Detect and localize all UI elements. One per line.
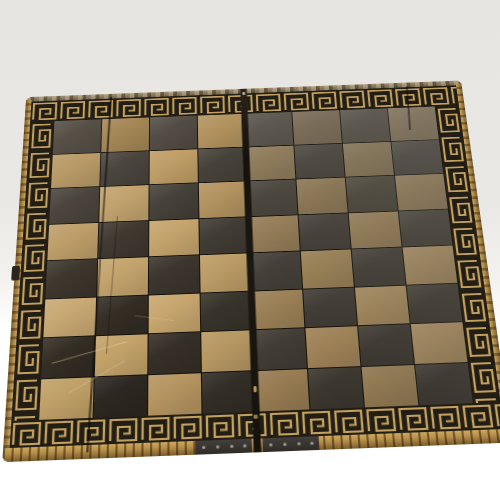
square-c3 <box>148 293 199 333</box>
hinge-wear-speck <box>242 92 245 95</box>
square-e6 <box>248 179 298 215</box>
square-h7 <box>391 140 443 175</box>
square-g1 <box>362 365 419 408</box>
square-d2 <box>201 330 254 371</box>
square-b3 <box>96 295 148 335</box>
square-f4 <box>301 249 354 288</box>
square-a7 <box>51 153 100 188</box>
square-c1 <box>148 373 201 416</box>
square-f5 <box>299 213 351 251</box>
square-f7 <box>295 143 345 178</box>
square-a2 <box>41 336 95 378</box>
square-f2 <box>306 326 361 367</box>
square-h1 <box>415 362 473 405</box>
square-e5 <box>249 215 300 253</box>
square-b5 <box>98 221 148 259</box>
square-h8 <box>388 106 439 140</box>
square-c8 <box>150 116 197 150</box>
square-h6 <box>395 174 448 210</box>
square-c7 <box>149 149 197 184</box>
square-d8 <box>197 114 245 148</box>
square-b7 <box>100 151 148 186</box>
square-d3 <box>200 291 252 331</box>
square-h5 <box>399 209 453 246</box>
square-h4 <box>403 246 458 285</box>
square-e3 <box>252 289 305 329</box>
square-a4 <box>45 259 97 298</box>
square-f8 <box>293 110 342 144</box>
square-e4 <box>250 251 302 290</box>
square-e8 <box>245 112 294 146</box>
square-f6 <box>297 178 348 214</box>
square-f1 <box>308 367 364 410</box>
chessboard <box>2 81 500 463</box>
square-g6 <box>346 176 398 212</box>
square-b2 <box>95 334 148 376</box>
square-g3 <box>355 285 410 325</box>
square-b8 <box>101 117 149 151</box>
square-c2 <box>148 332 200 374</box>
square-d7 <box>198 147 247 182</box>
hinge-plate-left <box>195 439 252 455</box>
square-g2 <box>358 324 414 365</box>
square-f3 <box>303 287 357 327</box>
side-latch <box>11 266 20 281</box>
square-h2 <box>411 322 468 363</box>
square-g7 <box>343 141 394 176</box>
square-a3 <box>43 297 96 337</box>
square-a5 <box>47 223 98 261</box>
square-b4 <box>97 257 148 296</box>
square-b6 <box>99 185 148 221</box>
square-b1 <box>93 375 147 418</box>
photo-background <box>0 0 500 500</box>
square-g8 <box>340 108 390 142</box>
square-a1 <box>39 377 93 420</box>
square-g4 <box>352 247 406 286</box>
hinge-wear-speck <box>253 386 256 392</box>
hinge-plate-right <box>262 436 319 452</box>
square-c5 <box>149 219 199 257</box>
square-e1 <box>255 369 310 412</box>
square-d5 <box>199 217 249 255</box>
square-a8 <box>53 119 101 153</box>
square-g5 <box>349 211 402 249</box>
square-e7 <box>246 145 295 180</box>
hinge-wear-speck <box>253 415 257 419</box>
square-d6 <box>198 181 248 217</box>
square-d4 <box>200 253 251 292</box>
square-c4 <box>149 255 200 294</box>
square-c6 <box>149 183 198 219</box>
square-d1 <box>202 371 256 414</box>
square-h3 <box>407 283 463 323</box>
square-e2 <box>253 328 307 369</box>
square-a6 <box>49 187 99 224</box>
